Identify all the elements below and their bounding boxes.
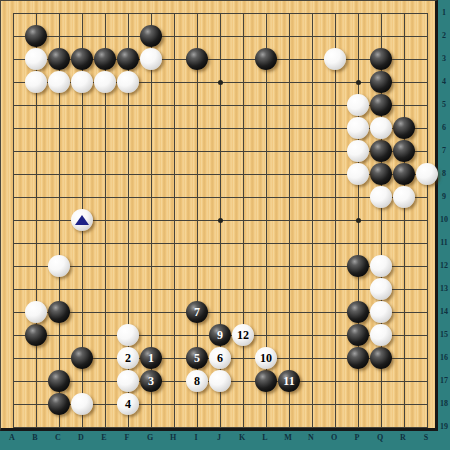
grid-line-vertical <box>427 13 428 428</box>
grid-line-vertical <box>335 13 336 428</box>
star-point <box>218 218 223 223</box>
stone-black <box>71 48 93 70</box>
stone-white-move-2: 2 <box>117 347 139 369</box>
stone-black <box>370 71 392 93</box>
column-label: B <box>29 433 41 442</box>
stone-white <box>370 117 392 139</box>
go-board[interactable]: 791531112261084 <box>0 0 438 431</box>
column-label: C <box>52 433 64 442</box>
stone-white <box>71 393 93 415</box>
stone-white-move-4: 4 <box>117 393 139 415</box>
column-label: M <box>282 433 294 442</box>
stone-white <box>370 278 392 300</box>
stone-white <box>370 186 392 208</box>
row-label: 12 <box>438 261 450 270</box>
star-point <box>356 218 361 223</box>
stone-black <box>370 140 392 162</box>
grid-line-vertical <box>289 13 290 428</box>
row-label: 16 <box>438 353 450 362</box>
column-label: Q <box>374 433 386 442</box>
stone-black <box>48 370 70 392</box>
column-label: A <box>6 433 18 442</box>
grid-line-horizontal <box>13 289 428 290</box>
stone-white <box>370 255 392 277</box>
stone-white <box>370 324 392 346</box>
star-point <box>356 80 361 85</box>
stone-white <box>370 301 392 323</box>
column-label: J <box>213 433 225 442</box>
stone-black <box>117 48 139 70</box>
column-label: D <box>75 433 87 442</box>
grid-line-horizontal <box>13 427 428 428</box>
stone-white <box>71 71 93 93</box>
star-point <box>218 80 223 85</box>
row-label: 17 <box>438 376 450 385</box>
column-label: L <box>259 433 271 442</box>
row-label: 7 <box>438 146 450 155</box>
stone-black <box>94 48 116 70</box>
stone-black <box>370 94 392 116</box>
stone-white <box>347 140 369 162</box>
row-label: 14 <box>438 307 450 316</box>
column-label: I <box>190 433 202 442</box>
stone-black <box>370 347 392 369</box>
column-label: N <box>305 433 317 442</box>
stone-black <box>48 393 70 415</box>
stone-white <box>209 370 231 392</box>
go-game-screen: 791531112261084 ABCDEFGHIJKLMNOPQRS 1234… <box>0 0 450 450</box>
stone-black <box>255 370 277 392</box>
stone-white <box>347 163 369 185</box>
stone-white <box>324 48 346 70</box>
stone-white <box>48 255 70 277</box>
stone-black <box>48 301 70 323</box>
stone-black <box>370 163 392 185</box>
grid-line-horizontal <box>13 243 428 244</box>
stone-white-move-12: 12 <box>232 324 254 346</box>
column-label: H <box>167 433 179 442</box>
column-label: O <box>328 433 340 442</box>
row-label: 5 <box>438 100 450 109</box>
stone-black-move-7: 7 <box>186 301 208 323</box>
stone-white <box>25 71 47 93</box>
stone-black <box>347 255 369 277</box>
grid-line-vertical <box>243 13 244 428</box>
stone-black <box>71 347 93 369</box>
row-label: 13 <box>438 284 450 293</box>
row-label: 15 <box>438 330 450 339</box>
stone-black-move-9: 9 <box>209 324 231 346</box>
column-label: F <box>121 433 133 442</box>
stone-black <box>255 48 277 70</box>
grid-line-vertical <box>404 13 405 428</box>
row-label: 11 <box>438 238 450 247</box>
stone-white <box>140 48 162 70</box>
stone-black-move-1: 1 <box>140 347 162 369</box>
row-label: 2 <box>438 31 450 40</box>
stone-white <box>48 71 70 93</box>
row-label: 8 <box>438 169 450 178</box>
column-label: G <box>144 433 156 442</box>
stone-black <box>347 347 369 369</box>
stone-white-move-10: 10 <box>255 347 277 369</box>
row-label: 1 <box>438 8 450 17</box>
triangle-marker-icon <box>75 215 89 225</box>
stone-white <box>117 324 139 346</box>
stone-black <box>370 48 392 70</box>
row-label: 10 <box>438 215 450 224</box>
stone-white <box>347 117 369 139</box>
row-label: 19 <box>438 422 450 431</box>
column-label: S <box>420 433 432 442</box>
stone-black <box>25 25 47 47</box>
column-label: E <box>98 433 110 442</box>
stone-white-move-8: 8 <box>186 370 208 392</box>
stone-white <box>347 94 369 116</box>
stone-black-move-3: 3 <box>140 370 162 392</box>
stone-white <box>117 370 139 392</box>
column-label: P <box>351 433 363 442</box>
stone-white <box>393 186 415 208</box>
grid-line-vertical <box>312 13 313 428</box>
stone-black <box>347 324 369 346</box>
row-label: 4 <box>438 77 450 86</box>
stone-white <box>117 71 139 93</box>
stone-white-move-6: 6 <box>209 347 231 369</box>
stone-white <box>25 48 47 70</box>
stone-black <box>393 117 415 139</box>
stone-black <box>48 48 70 70</box>
stone-black <box>140 25 162 47</box>
row-label: 6 <box>438 123 450 132</box>
stone-white <box>94 71 116 93</box>
stone-white <box>71 209 93 231</box>
column-label: K <box>236 433 248 442</box>
stone-black-move-11: 11 <box>278 370 300 392</box>
stone-black <box>393 163 415 185</box>
row-label: 3 <box>438 54 450 63</box>
stone-white <box>25 301 47 323</box>
row-label: 18 <box>438 399 450 408</box>
stone-white <box>416 163 438 185</box>
column-label: R <box>397 433 409 442</box>
stone-black <box>347 301 369 323</box>
row-label: 9 <box>438 192 450 201</box>
stone-black <box>186 48 208 70</box>
stone-black-move-5: 5 <box>186 347 208 369</box>
stone-black <box>393 140 415 162</box>
stone-black <box>25 324 47 346</box>
